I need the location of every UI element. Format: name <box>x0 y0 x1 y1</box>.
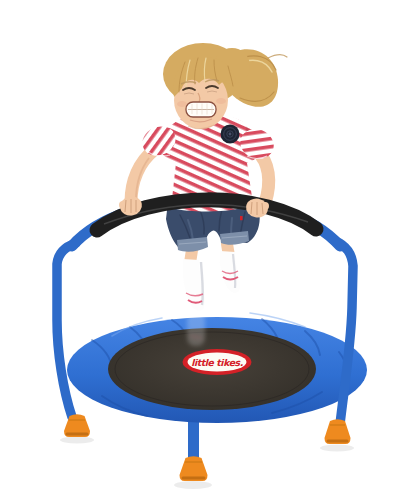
logo-text: little tikes. <box>191 357 244 368</box>
scene-canvas: little tikes. <box>0 0 406 500</box>
jeans-tag <box>240 216 243 220</box>
product-photo: little tikes. <box>0 0 406 500</box>
little-tikes-logo: little tikes. <box>183 349 252 375</box>
flower-brooch <box>221 125 240 144</box>
sock-reflection <box>187 312 205 346</box>
